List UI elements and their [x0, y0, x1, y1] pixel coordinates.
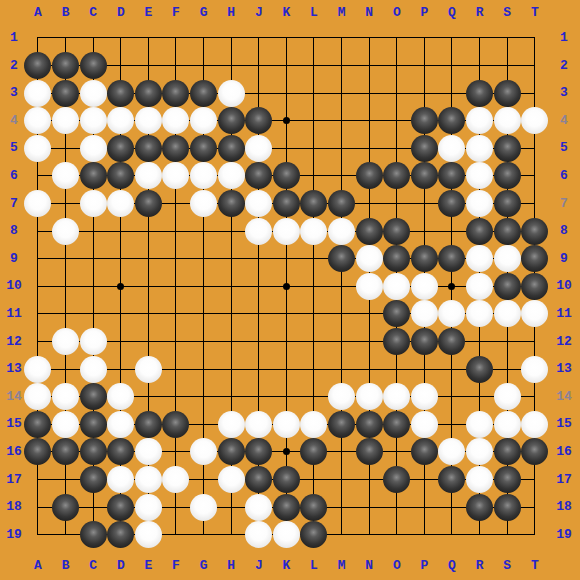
point-N1[interactable] — [355, 24, 383, 52]
white-stone-K15[interactable] — [273, 411, 300, 438]
black-stone-O11[interactable] — [383, 300, 410, 327]
black-stone-N15[interactable] — [356, 411, 383, 438]
white-stone-A3[interactable] — [24, 80, 51, 107]
point-S15[interactable] — [493, 411, 521, 439]
black-stone-Q17[interactable] — [438, 466, 465, 493]
point-F10[interactable] — [162, 273, 190, 301]
point-G4[interactable] — [190, 107, 218, 135]
point-Q13[interactable] — [438, 355, 466, 383]
black-stone-P4[interactable] — [411, 107, 438, 134]
black-stone-L18[interactable] — [300, 494, 327, 521]
white-stone-K19[interactable] — [273, 521, 300, 548]
white-stone-E18[interactable] — [135, 494, 162, 521]
point-D8[interactable] — [107, 217, 135, 245]
point-K11[interactable] — [273, 300, 301, 328]
point-R12[interactable] — [466, 328, 494, 356]
white-stone-A13[interactable] — [24, 356, 51, 383]
point-P17[interactable] — [411, 466, 439, 494]
point-S18[interactable] — [493, 493, 521, 521]
point-F9[interactable] — [162, 245, 190, 273]
point-T13[interactable] — [521, 355, 549, 383]
point-O11[interactable] — [383, 300, 411, 328]
point-D15[interactable] — [107, 411, 135, 439]
black-stone-S8[interactable] — [494, 218, 521, 245]
black-stone-S10[interactable] — [494, 273, 521, 300]
point-P16[interactable] — [411, 438, 439, 466]
point-G17[interactable] — [190, 466, 218, 494]
black-stone-T16[interactable] — [521, 438, 548, 465]
point-D12[interactable] — [107, 328, 135, 356]
point-B7[interactable] — [52, 190, 80, 218]
white-stone-A14[interactable] — [24, 383, 51, 410]
point-M15[interactable] — [328, 411, 356, 439]
point-L1[interactable] — [300, 24, 328, 52]
point-D7[interactable] — [107, 190, 135, 218]
point-A10[interactable] — [24, 273, 52, 301]
point-J7[interactable] — [245, 190, 273, 218]
white-stone-S14[interactable] — [494, 383, 521, 410]
white-stone-D4[interactable] — [107, 107, 134, 134]
point-H16[interactable] — [217, 438, 245, 466]
black-stone-S6[interactable] — [494, 162, 521, 189]
point-A15[interactable] — [24, 411, 52, 439]
point-B2[interactable] — [52, 52, 80, 80]
black-stone-P5[interactable] — [411, 135, 438, 162]
point-R16[interactable] — [466, 438, 494, 466]
point-Q17[interactable] — [438, 466, 466, 494]
white-stone-Q16[interactable] — [438, 438, 465, 465]
point-H14[interactable] — [217, 383, 245, 411]
white-stone-E19[interactable] — [135, 521, 162, 548]
point-Q8[interactable] — [438, 217, 466, 245]
white-stone-S15[interactable] — [494, 411, 521, 438]
point-P2[interactable] — [411, 52, 439, 80]
black-stone-C6[interactable] — [80, 162, 107, 189]
black-stone-E5[interactable] — [135, 135, 162, 162]
point-N6[interactable] — [355, 162, 383, 190]
point-Q18[interactable] — [438, 493, 466, 521]
black-stone-C19[interactable] — [80, 521, 107, 548]
point-T15[interactable] — [521, 411, 549, 439]
white-stone-Q11[interactable] — [438, 300, 465, 327]
white-stone-L8[interactable] — [300, 218, 327, 245]
point-B13[interactable] — [52, 355, 80, 383]
point-E17[interactable] — [135, 466, 163, 494]
point-D19[interactable] — [107, 521, 135, 549]
point-S17[interactable] — [493, 466, 521, 494]
point-H17[interactable] — [217, 466, 245, 494]
point-L18[interactable] — [300, 493, 328, 521]
point-N13[interactable] — [355, 355, 383, 383]
point-A5[interactable] — [24, 135, 52, 163]
point-O4[interactable] — [383, 107, 411, 135]
point-P7[interactable] — [411, 190, 439, 218]
point-G13[interactable] — [190, 355, 218, 383]
black-stone-J16[interactable] — [245, 438, 272, 465]
point-R3[interactable] — [466, 79, 494, 107]
point-N15[interactable] — [355, 411, 383, 439]
point-K15[interactable] — [273, 411, 301, 439]
point-L8[interactable] — [300, 217, 328, 245]
white-stone-T4[interactable] — [521, 107, 548, 134]
point-P6[interactable] — [411, 162, 439, 190]
point-E12[interactable] — [135, 328, 163, 356]
point-A12[interactable] — [24, 328, 52, 356]
point-Q3[interactable] — [438, 79, 466, 107]
point-D18[interactable] — [107, 493, 135, 521]
point-N14[interactable] — [355, 383, 383, 411]
point-G7[interactable] — [190, 190, 218, 218]
point-B17[interactable] — [52, 466, 80, 494]
point-F3[interactable] — [162, 79, 190, 107]
white-stone-J15[interactable] — [245, 411, 272, 438]
point-K1[interactable] — [273, 24, 301, 52]
white-stone-B8[interactable] — [52, 218, 79, 245]
point-Q19[interactable] — [438, 521, 466, 549]
point-S14[interactable] — [493, 383, 521, 411]
white-stone-R11[interactable] — [466, 300, 493, 327]
point-F17[interactable] — [162, 466, 190, 494]
point-Q15[interactable] — [438, 411, 466, 439]
white-stone-R9[interactable] — [466, 245, 493, 272]
point-M6[interactable] — [328, 162, 356, 190]
point-T12[interactable] — [521, 328, 549, 356]
black-stone-F3[interactable] — [162, 80, 189, 107]
point-J12[interactable] — [245, 328, 273, 356]
white-stone-C5[interactable] — [80, 135, 107, 162]
black-stone-K18[interactable] — [273, 494, 300, 521]
point-O18[interactable] — [383, 493, 411, 521]
point-T8[interactable] — [521, 217, 549, 245]
point-D16[interactable] — [107, 438, 135, 466]
white-stone-G4[interactable] — [190, 107, 217, 134]
point-H1[interactable] — [217, 24, 245, 52]
point-F4[interactable] — [162, 107, 190, 135]
black-stone-S17[interactable] — [494, 466, 521, 493]
point-M16[interactable] — [328, 438, 356, 466]
point-N17[interactable] — [355, 466, 383, 494]
point-G16[interactable] — [190, 438, 218, 466]
point-K18[interactable] — [273, 493, 301, 521]
point-R13[interactable] — [466, 355, 494, 383]
point-R10[interactable] — [466, 273, 494, 301]
point-L13[interactable] — [300, 355, 328, 383]
point-M17[interactable] — [328, 466, 356, 494]
point-E14[interactable] — [135, 383, 163, 411]
point-S3[interactable] — [493, 79, 521, 107]
black-stone-S18[interactable] — [494, 494, 521, 521]
point-L3[interactable] — [300, 79, 328, 107]
black-stone-M9[interactable] — [328, 245, 355, 272]
black-stone-J17[interactable] — [245, 466, 272, 493]
point-J15[interactable] — [245, 411, 273, 439]
point-T14[interactable] — [521, 383, 549, 411]
point-E19[interactable] — [135, 521, 163, 549]
point-C2[interactable] — [79, 52, 107, 80]
point-F15[interactable] — [162, 411, 190, 439]
point-O9[interactable] — [383, 245, 411, 273]
black-stone-D19[interactable] — [107, 521, 134, 548]
white-stone-R7[interactable] — [466, 190, 493, 217]
black-stone-F15[interactable] — [162, 411, 189, 438]
point-M2[interactable] — [328, 52, 356, 80]
black-stone-M7[interactable] — [328, 190, 355, 217]
white-stone-J7[interactable] — [245, 190, 272, 217]
point-Q7[interactable] — [438, 190, 466, 218]
point-L11[interactable] — [300, 300, 328, 328]
point-B4[interactable] — [52, 107, 80, 135]
point-M11[interactable] — [328, 300, 356, 328]
point-P11[interactable] — [411, 300, 439, 328]
point-H6[interactable] — [217, 162, 245, 190]
point-C17[interactable] — [79, 466, 107, 494]
point-H4[interactable] — [217, 107, 245, 135]
black-stone-Q7[interactable] — [438, 190, 465, 217]
point-H18[interactable] — [217, 493, 245, 521]
point-E2[interactable] — [135, 52, 163, 80]
point-S10[interactable] — [493, 273, 521, 301]
point-S9[interactable] — [493, 245, 521, 273]
point-K4[interactable] — [273, 107, 301, 135]
point-O1[interactable] — [383, 24, 411, 52]
point-J3[interactable] — [245, 79, 273, 107]
point-C3[interactable] — [79, 79, 107, 107]
point-P3[interactable] — [411, 79, 439, 107]
white-stone-D15[interactable] — [107, 411, 134, 438]
white-stone-J8[interactable] — [245, 218, 272, 245]
point-B3[interactable] — [52, 79, 80, 107]
point-O5[interactable] — [383, 135, 411, 163]
point-S4[interactable] — [493, 107, 521, 135]
point-G14[interactable] — [190, 383, 218, 411]
black-stone-D6[interactable] — [107, 162, 134, 189]
point-P8[interactable] — [411, 217, 439, 245]
black-stone-P12[interactable] — [411, 328, 438, 355]
white-stone-N14[interactable] — [356, 383, 383, 410]
point-F11[interactable] — [162, 300, 190, 328]
point-T1[interactable] — [521, 24, 549, 52]
point-C11[interactable] — [79, 300, 107, 328]
black-stone-F5[interactable] — [162, 135, 189, 162]
point-J19[interactable] — [245, 521, 273, 549]
point-S6[interactable] — [493, 162, 521, 190]
point-E10[interactable] — [135, 273, 163, 301]
point-N12[interactable] — [355, 328, 383, 356]
point-C1[interactable] — [79, 24, 107, 52]
black-stone-C14[interactable] — [80, 383, 107, 410]
white-stone-H17[interactable] — [218, 466, 245, 493]
white-stone-T11[interactable] — [521, 300, 548, 327]
point-L16[interactable] — [300, 438, 328, 466]
point-C13[interactable] — [79, 355, 107, 383]
point-T2[interactable] — [521, 52, 549, 80]
black-stone-N16[interactable] — [356, 438, 383, 465]
black-stone-G3[interactable] — [190, 80, 217, 107]
white-stone-L15[interactable] — [300, 411, 327, 438]
black-stone-K6[interactable] — [273, 162, 300, 189]
point-L10[interactable] — [300, 273, 328, 301]
point-N2[interactable] — [355, 52, 383, 80]
point-Q4[interactable] — [438, 107, 466, 135]
black-stone-E3[interactable] — [135, 80, 162, 107]
point-Q5[interactable] — [438, 135, 466, 163]
point-T5[interactable] — [521, 135, 549, 163]
black-stone-B3[interactable] — [52, 80, 79, 107]
point-P1[interactable] — [411, 24, 439, 52]
point-K16[interactable] — [273, 438, 301, 466]
point-C14[interactable] — [79, 383, 107, 411]
white-stone-E16[interactable] — [135, 438, 162, 465]
black-stone-O9[interactable] — [383, 245, 410, 272]
point-K5[interactable] — [273, 135, 301, 163]
black-stone-N6[interactable] — [356, 162, 383, 189]
point-K14[interactable] — [273, 383, 301, 411]
white-stone-G7[interactable] — [190, 190, 217, 217]
point-T3[interactable] — [521, 79, 549, 107]
point-B15[interactable] — [52, 411, 80, 439]
point-B5[interactable] — [52, 135, 80, 163]
black-stone-T9[interactable] — [521, 245, 548, 272]
point-K17[interactable] — [273, 466, 301, 494]
point-Q10[interactable] — [438, 273, 466, 301]
point-S16[interactable] — [493, 438, 521, 466]
point-K10[interactable] — [273, 273, 301, 301]
point-F5[interactable] — [162, 135, 190, 163]
point-S7[interactable] — [493, 190, 521, 218]
point-E3[interactable] — [135, 79, 163, 107]
point-D3[interactable] — [107, 79, 135, 107]
point-H19[interactable] — [217, 521, 245, 549]
point-O12[interactable] — [383, 328, 411, 356]
point-P15[interactable] — [411, 411, 439, 439]
black-stone-E15[interactable] — [135, 411, 162, 438]
point-K9[interactable] — [273, 245, 301, 273]
point-S12[interactable] — [493, 328, 521, 356]
white-stone-H3[interactable] — [218, 80, 245, 107]
point-E15[interactable] — [135, 411, 163, 439]
black-stone-A15[interactable] — [24, 411, 51, 438]
black-stone-N8[interactable] — [356, 218, 383, 245]
point-J2[interactable] — [245, 52, 273, 80]
point-Q6[interactable] — [438, 162, 466, 190]
point-B19[interactable] — [52, 521, 80, 549]
black-stone-J4[interactable] — [245, 107, 272, 134]
point-T18[interactable] — [521, 493, 549, 521]
point-G15[interactable] — [190, 411, 218, 439]
point-A2[interactable] — [24, 52, 52, 80]
point-G12[interactable] — [190, 328, 218, 356]
point-O6[interactable] — [383, 162, 411, 190]
black-stone-K7[interactable] — [273, 190, 300, 217]
white-stone-Q5[interactable] — [438, 135, 465, 162]
black-stone-O8[interactable] — [383, 218, 410, 245]
point-K7[interactable] — [273, 190, 301, 218]
white-stone-T13[interactable] — [521, 356, 548, 383]
black-stone-J6[interactable] — [245, 162, 272, 189]
point-H11[interactable] — [217, 300, 245, 328]
black-stone-S7[interactable] — [494, 190, 521, 217]
point-L6[interactable] — [300, 162, 328, 190]
point-F2[interactable] — [162, 52, 190, 80]
white-stone-G16[interactable] — [190, 438, 217, 465]
white-stone-A5[interactable] — [24, 135, 51, 162]
point-D9[interactable] — [107, 245, 135, 273]
point-M12[interactable] — [328, 328, 356, 356]
point-A19[interactable] — [24, 521, 52, 549]
point-S19[interactable] — [493, 521, 521, 549]
point-S2[interactable] — [493, 52, 521, 80]
white-stone-A4[interactable] — [24, 107, 51, 134]
point-O19[interactable] — [383, 521, 411, 549]
point-H7[interactable] — [217, 190, 245, 218]
white-stone-P10[interactable] — [411, 273, 438, 300]
white-stone-S4[interactable] — [494, 107, 521, 134]
point-A3[interactable] — [24, 79, 52, 107]
point-K13[interactable] — [273, 355, 301, 383]
point-E11[interactable] — [135, 300, 163, 328]
white-stone-E13[interactable] — [135, 356, 162, 383]
point-M1[interactable] — [328, 24, 356, 52]
point-G3[interactable] — [190, 79, 218, 107]
point-D1[interactable] — [107, 24, 135, 52]
point-F18[interactable] — [162, 493, 190, 521]
white-stone-H15[interactable] — [218, 411, 245, 438]
black-stone-S16[interactable] — [494, 438, 521, 465]
white-stone-D7[interactable] — [107, 190, 134, 217]
black-stone-O15[interactable] — [383, 411, 410, 438]
point-N7[interactable] — [355, 190, 383, 218]
point-R19[interactable] — [466, 521, 494, 549]
white-stone-R4[interactable] — [466, 107, 493, 134]
point-O8[interactable] — [383, 217, 411, 245]
black-stone-P6[interactable] — [411, 162, 438, 189]
point-B9[interactable] — [52, 245, 80, 273]
white-stone-B12[interactable] — [52, 328, 79, 355]
black-stone-H7[interactable] — [218, 190, 245, 217]
point-D17[interactable] — [107, 466, 135, 494]
point-H12[interactable] — [217, 328, 245, 356]
point-E7[interactable] — [135, 190, 163, 218]
point-A18[interactable] — [24, 493, 52, 521]
point-E13[interactable] — [135, 355, 163, 383]
point-B8[interactable] — [52, 217, 80, 245]
point-O17[interactable] — [383, 466, 411, 494]
point-J8[interactable] — [245, 217, 273, 245]
point-H13[interactable] — [217, 355, 245, 383]
point-H5[interactable] — [217, 135, 245, 163]
point-A16[interactable] — [24, 438, 52, 466]
black-stone-B16[interactable] — [52, 438, 79, 465]
point-B18[interactable] — [52, 493, 80, 521]
point-C5[interactable] — [79, 135, 107, 163]
point-P10[interactable] — [411, 273, 439, 301]
point-G10[interactable] — [190, 273, 218, 301]
point-F14[interactable] — [162, 383, 190, 411]
point-N5[interactable] — [355, 135, 383, 163]
point-A6[interactable] — [24, 162, 52, 190]
white-stone-C12[interactable] — [80, 328, 107, 355]
point-R7[interactable] — [466, 190, 494, 218]
point-A9[interactable] — [24, 245, 52, 273]
white-stone-P14[interactable] — [411, 383, 438, 410]
point-C4[interactable] — [79, 107, 107, 135]
white-stone-F17[interactable] — [162, 466, 189, 493]
white-stone-H6[interactable] — [218, 162, 245, 189]
black-stone-H16[interactable] — [218, 438, 245, 465]
black-stone-B18[interactable] — [52, 494, 79, 521]
point-R5[interactable] — [466, 135, 494, 163]
point-C12[interactable] — [79, 328, 107, 356]
